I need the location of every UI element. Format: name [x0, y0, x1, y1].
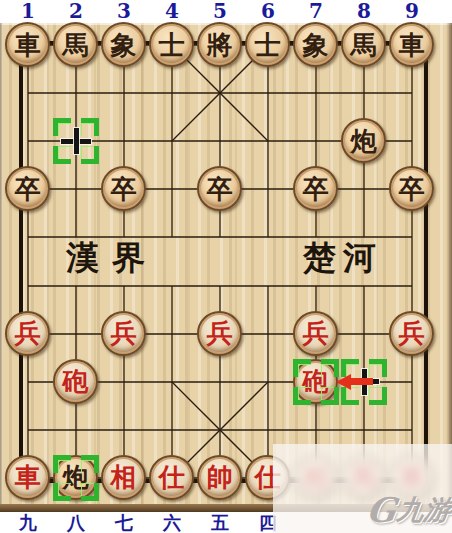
- watermark-overlay: G九游: [273, 444, 452, 533]
- move-arrow-head: [336, 374, 351, 390]
- watermark-logo-text: 九游: [395, 494, 452, 525]
- watermark-logo: G九游: [364, 490, 452, 530]
- xiangqi-screenshot: 漢界 楚河 123456789 車馬象士將士象馬車炮卒卒卒卒卒兵兵兵兵兵砲砲車炮…: [0, 0, 452, 533]
- move-arrow-bar: [351, 378, 373, 385]
